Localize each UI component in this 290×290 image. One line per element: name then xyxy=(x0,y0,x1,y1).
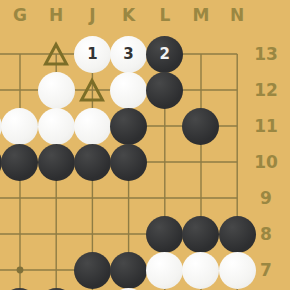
row-label-8: 8 xyxy=(260,224,272,244)
black-stone[interactable] xyxy=(1,144,38,181)
point-L11[interactable] xyxy=(147,108,183,144)
point-L13[interactable]: 2 xyxy=(147,36,183,72)
white-stone[interactable] xyxy=(146,252,183,289)
point-H7[interactable] xyxy=(38,252,74,288)
point-N13[interactable] xyxy=(219,36,255,72)
point-M12[interactable] xyxy=(183,72,219,108)
row-label-10: 10 xyxy=(254,152,278,172)
white-stone[interactable] xyxy=(74,108,111,145)
move-number: 2 xyxy=(160,47,170,62)
column-label-G: G xyxy=(13,5,27,25)
point-K10[interactable] xyxy=(110,144,146,180)
point-G12[interactable] xyxy=(2,72,38,108)
column-label-J: J xyxy=(89,5,95,25)
move-number: 3 xyxy=(123,47,133,62)
column-label-K: K xyxy=(122,5,135,25)
move-number: 1 xyxy=(87,47,97,62)
black-stone[interactable] xyxy=(110,108,147,145)
point-L7[interactable] xyxy=(147,252,183,288)
point-N7[interactable] xyxy=(219,252,255,288)
point-G10[interactable] xyxy=(2,144,38,180)
point-K7[interactable] xyxy=(110,252,146,288)
black-stone[interactable] xyxy=(146,216,183,253)
point-L12[interactable] xyxy=(147,72,183,108)
black-stone[interactable] xyxy=(110,252,147,289)
row-label-7: 7 xyxy=(260,260,272,280)
point-M10[interactable] xyxy=(183,144,219,180)
black-stone[interactable] xyxy=(182,108,219,145)
column-label-N: N xyxy=(230,5,244,25)
point-G8[interactable] xyxy=(2,216,38,252)
column-label-L: L xyxy=(159,5,170,25)
column-label-M: M xyxy=(193,5,210,25)
point-L10[interactable] xyxy=(147,144,183,180)
row-label-9: 9 xyxy=(260,188,272,208)
point-J11[interactable] xyxy=(74,108,110,144)
point-K8[interactable] xyxy=(110,216,146,252)
white-stone[interactable]: 3 xyxy=(110,36,147,73)
black-stone[interactable] xyxy=(182,216,219,253)
point-K9[interactable] xyxy=(110,180,146,216)
go-board: 132 xyxy=(0,36,255,290)
black-stone[interactable] xyxy=(74,144,111,181)
point-G9[interactable] xyxy=(2,180,38,216)
white-stone[interactable] xyxy=(38,72,75,109)
column-label-H: H xyxy=(49,5,63,25)
point-H11[interactable] xyxy=(38,108,74,144)
point-N12[interactable] xyxy=(219,72,255,108)
white-stone[interactable] xyxy=(38,108,75,145)
point-J8[interactable] xyxy=(74,216,110,252)
black-stone[interactable] xyxy=(74,252,111,289)
point-H8[interactable] xyxy=(38,216,74,252)
row-label-12: 12 xyxy=(254,80,278,100)
black-stone[interactable] xyxy=(110,144,147,181)
point-K13[interactable]: 3 xyxy=(110,36,146,72)
row-label-13: 13 xyxy=(254,44,278,64)
point-N9[interactable] xyxy=(219,180,255,216)
point-J9[interactable] xyxy=(74,180,110,216)
point-G11[interactable] xyxy=(2,108,38,144)
point-M7[interactable] xyxy=(183,252,219,288)
point-J7[interactable] xyxy=(74,252,110,288)
triangle-marker-icon xyxy=(42,41,70,67)
black-stone[interactable]: 2 xyxy=(146,36,183,73)
point-H10[interactable] xyxy=(38,144,74,180)
point-M8[interactable] xyxy=(183,216,219,252)
black-stone[interactable] xyxy=(219,216,256,253)
white-stone[interactable] xyxy=(219,252,256,289)
point-K12[interactable] xyxy=(110,72,146,108)
point-J10[interactable] xyxy=(74,144,110,180)
black-stone[interactable] xyxy=(146,72,183,109)
point-G13[interactable] xyxy=(2,36,38,72)
point-M13[interactable] xyxy=(183,36,219,72)
point-J13[interactable]: 1 xyxy=(74,36,110,72)
point-J12[interactable] xyxy=(74,72,110,108)
white-stone[interactable] xyxy=(110,72,147,109)
triangle-marker-icon xyxy=(78,77,106,103)
point-L9[interactable] xyxy=(147,180,183,216)
point-M11[interactable] xyxy=(183,108,219,144)
white-stone[interactable] xyxy=(182,252,219,289)
point-M9[interactable] xyxy=(183,180,219,216)
point-L8[interactable] xyxy=(147,216,183,252)
point-N11[interactable] xyxy=(219,108,255,144)
point-G7[interactable] xyxy=(2,252,38,288)
point-N8[interactable] xyxy=(219,216,255,252)
point-N10[interactable] xyxy=(219,144,255,180)
point-H9[interactable] xyxy=(38,180,74,216)
point-H13[interactable] xyxy=(38,36,74,72)
black-stone[interactable] xyxy=(38,144,75,181)
go-board-screenshot: 132 GHJKLMN13121110987 xyxy=(0,0,290,290)
point-H12[interactable] xyxy=(38,72,74,108)
white-stone[interactable] xyxy=(1,108,38,145)
row-label-11: 11 xyxy=(254,116,278,136)
white-stone[interactable]: 1 xyxy=(74,36,111,73)
point-K11[interactable] xyxy=(110,108,146,144)
